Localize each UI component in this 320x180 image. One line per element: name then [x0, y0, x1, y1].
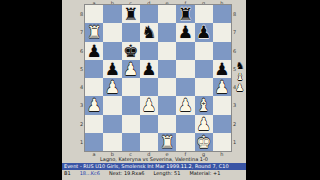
tray-white-pawn-icon: ♟ — [236, 82, 245, 93]
white-pawn-icon: ♟ — [195, 115, 213, 133]
square-h6[interactable] — [213, 42, 231, 60]
square-h8[interactable] — [213, 5, 231, 23]
square-e3[interactable] — [158, 96, 176, 114]
square-g2[interactable]: ♟ — [195, 115, 213, 133]
square-f3[interactable]: ♟ — [176, 96, 194, 114]
screenshot-stage: abcdefgh abcdefgh 87654321 87654321 ♜♜♜♞… — [0, 0, 320, 180]
square-f6[interactable] — [176, 42, 194, 60]
rank-label-8: 8 — [231, 5, 238, 23]
rank-label-8: 8 — [78, 5, 85, 23]
square-a4[interactable] — [85, 78, 103, 96]
square-f8[interactable]: ♜ — [176, 5, 194, 23]
square-a1[interactable] — [85, 133, 103, 151]
players-line: Lagno, Kateryna vs Severina, Valentina 1… — [62, 156, 246, 163]
square-d7[interactable]: ♞ — [140, 23, 158, 41]
black-pawn-icon: ♟ — [176, 23, 194, 41]
rank-label-6: 6 — [78, 42, 85, 60]
square-f7[interactable]: ♟ — [176, 23, 194, 41]
status-last-move: 18...Kc6 — [80, 170, 100, 177]
white-king-icon: ♚ — [195, 133, 213, 151]
square-f4[interactable] — [176, 78, 194, 96]
square-h7[interactable] — [213, 23, 231, 41]
square-e5[interactable] — [158, 60, 176, 78]
square-g4[interactable] — [195, 78, 213, 96]
square-g3[interactable]: ♝ — [195, 96, 213, 114]
chess-gui-panel: abcdefgh abcdefgh 87654321 87654321 ♜♜♜♞… — [62, 0, 246, 180]
square-d6[interactable] — [140, 42, 158, 60]
square-d4[interactable] — [140, 78, 158, 96]
square-d8[interactable] — [140, 5, 158, 23]
white-pawn-icon: ♟ — [122, 60, 140, 78]
square-e8[interactable] — [158, 5, 176, 23]
square-a8[interactable] — [85, 5, 103, 23]
white-pawn-icon: ♟ — [103, 78, 121, 96]
square-b3[interactable] — [103, 96, 121, 114]
square-h1[interactable] — [213, 133, 231, 151]
white-pawn-icon: ♟ — [85, 96, 103, 114]
rank-label-7: 7 — [78, 23, 85, 41]
status-material: Material: +1 — [189, 170, 220, 177]
square-h5[interactable]: ♟ — [213, 60, 231, 78]
status-next-move: Next: 19.Rxa6 — [109, 170, 145, 177]
square-b4[interactable]: ♟ — [103, 78, 121, 96]
square-a6[interactable]: ♟ — [85, 42, 103, 60]
square-c4[interactable] — [122, 78, 140, 96]
square-e1[interactable]: ♜ — [158, 133, 176, 151]
square-a5[interactable] — [85, 60, 103, 78]
square-e6[interactable] — [158, 42, 176, 60]
black-rook-icon: ♜ — [176, 5, 194, 23]
rank-label-5: 5 — [78, 60, 85, 78]
square-c3[interactable] — [122, 96, 140, 114]
black-king-icon: ♚ — [122, 42, 140, 60]
black-pawn-icon: ♟ — [213, 60, 231, 78]
event-line: Event - RUS U10 Girls, Smolensk Int Mar … — [62, 163, 246, 170]
black-pawn-icon: ♟ — [195, 23, 213, 41]
status-game-length: Length: 51 — [154, 170, 181, 177]
square-g8[interactable] — [195, 5, 213, 23]
rank-label-6: 6 — [231, 42, 238, 60]
square-c8[interactable]: ♜ — [122, 5, 140, 23]
rank-label-2: 2 — [78, 115, 85, 133]
square-b5[interactable]: ♟ — [103, 60, 121, 78]
white-pawn-icon: ♟ — [213, 78, 231, 96]
caption-area: Lagno, Kateryna vs Severina, Valentina 1… — [62, 156, 246, 177]
square-d3[interactable]: ♟ — [140, 96, 158, 114]
rank-label-3: 3 — [231, 96, 238, 114]
square-c5[interactable]: ♟ — [122, 60, 140, 78]
square-f1[interactable] — [176, 133, 194, 151]
rank-labels-left: 87654321 — [78, 5, 85, 151]
black-pawn-icon: ♟ — [140, 60, 158, 78]
status-line: B1 18...Kc6 Next: 19.Rxa6 Length: 51 Mat… — [62, 170, 246, 177]
square-g7[interactable]: ♟ — [195, 23, 213, 41]
chess-board[interactable]: ♜♜♜♞♟♟♟♚♟♟♟♟♟♟♟♟♟♝♟♜♚ — [85, 5, 231, 151]
square-c6[interactable]: ♚ — [122, 42, 140, 60]
rank-label-3: 3 — [78, 96, 85, 114]
white-bishop-icon: ♝ — [195, 96, 213, 114]
rank-label-7: 7 — [231, 23, 238, 41]
square-b8[interactable] — [103, 5, 121, 23]
square-h3[interactable] — [213, 96, 231, 114]
square-b2[interactable] — [103, 115, 121, 133]
black-pawn-icon: ♟ — [85, 42, 103, 60]
tray-white-bishop-icon: ♝ — [236, 71, 245, 82]
material-tray: ♞♝♟ — [234, 60, 246, 93]
square-g1[interactable]: ♚ — [195, 133, 213, 151]
square-d2[interactable] — [140, 115, 158, 133]
square-f5[interactable] — [176, 60, 194, 78]
square-b1[interactable] — [103, 133, 121, 151]
square-c1[interactable] — [122, 133, 140, 151]
status-move-number: B1 — [64, 170, 71, 177]
square-g5[interactable] — [195, 60, 213, 78]
rank-label-1: 1 — [78, 133, 85, 151]
square-d5[interactable]: ♟ — [140, 60, 158, 78]
square-d1[interactable] — [140, 133, 158, 151]
square-c7[interactable] — [122, 23, 140, 41]
square-e7[interactable] — [158, 23, 176, 41]
white-rook-icon: ♜ — [158, 133, 176, 151]
square-a7[interactable]: ♜ — [85, 23, 103, 41]
square-b7[interactable] — [103, 23, 121, 41]
square-h2[interactable] — [213, 115, 231, 133]
white-pawn-icon: ♟ — [176, 96, 194, 114]
square-a2[interactable] — [85, 115, 103, 133]
rank-label-2: 2 — [231, 115, 238, 133]
square-h4[interactable]: ♟ — [213, 78, 231, 96]
black-pawn-icon: ♟ — [103, 60, 121, 78]
square-a3[interactable]: ♟ — [85, 96, 103, 114]
square-b6[interactable] — [103, 42, 121, 60]
rank-label-4: 4 — [78, 78, 85, 96]
white-pawn-icon: ♟ — [140, 96, 158, 114]
square-f2[interactable] — [176, 115, 194, 133]
square-e2[interactable] — [158, 115, 176, 133]
white-rook-icon: ♜ — [85, 23, 103, 41]
black-rook-icon: ♜ — [122, 5, 140, 23]
square-g6[interactable] — [195, 42, 213, 60]
black-knight-icon: ♞ — [140, 23, 158, 41]
rank-label-1: 1 — [231, 133, 238, 151]
square-c2[interactable] — [122, 115, 140, 133]
square-e4[interactable] — [158, 78, 176, 96]
tray-black-knight-icon: ♞ — [236, 60, 245, 71]
